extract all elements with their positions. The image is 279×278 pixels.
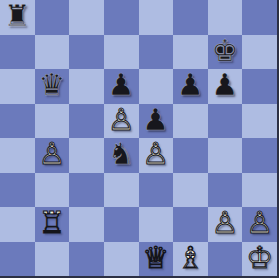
square-a8[interactable]: ♜	[0, 0, 35, 35]
piece-black-king[interactable]: ♚	[212, 36, 239, 66]
square-f3[interactable]	[173, 173, 208, 208]
piece-white-bishop[interactable]: ♗	[177, 243, 204, 273]
square-a6[interactable]	[0, 69, 35, 104]
square-h8[interactable]	[242, 0, 277, 35]
square-h1[interactable]: ♔	[242, 242, 277, 277]
square-h6[interactable]	[242, 69, 277, 104]
square-c7[interactable]	[69, 35, 104, 70]
piece-white-pawn[interactable]: ♙	[38, 139, 65, 169]
square-d2[interactable]	[104, 207, 139, 242]
square-a5[interactable]	[0, 104, 35, 139]
square-f4[interactable]	[173, 138, 208, 173]
square-d7[interactable]	[104, 35, 139, 70]
square-g5[interactable]	[208, 104, 243, 139]
square-e2[interactable]	[139, 207, 174, 242]
piece-white-pawn[interactable]: ♙	[246, 208, 273, 238]
square-f1[interactable]: ♗	[173, 242, 208, 277]
square-g7[interactable]: ♚	[208, 35, 243, 70]
square-d3[interactable]	[104, 173, 139, 208]
piece-white-king[interactable]: ♔	[246, 243, 273, 273]
square-d5[interactable]: ♙	[104, 104, 139, 139]
piece-white-queen[interactable]: ♕	[142, 243, 169, 273]
square-e1[interactable]: ♕	[139, 242, 174, 277]
square-c5[interactable]	[69, 104, 104, 139]
piece-white-rook[interactable]: ♖	[38, 208, 65, 238]
square-b5[interactable]	[35, 104, 70, 139]
square-a1[interactable]	[0, 242, 35, 277]
square-d8[interactable]	[104, 0, 139, 35]
square-b3[interactable]	[35, 173, 70, 208]
square-h4[interactable]	[242, 138, 277, 173]
square-c4[interactable]	[69, 138, 104, 173]
square-g8[interactable]	[208, 0, 243, 35]
square-e4[interactable]: ♙	[139, 138, 174, 173]
square-b1[interactable]	[35, 242, 70, 277]
chess-board: ♜♚♛♟♟♟♙♟♙♞♙♖♙♙♕♗♔	[0, 0, 279, 278]
square-c2[interactable]	[69, 207, 104, 242]
square-a4[interactable]	[0, 138, 35, 173]
square-f8[interactable]	[173, 0, 208, 35]
square-b7[interactable]	[35, 35, 70, 70]
square-g4[interactable]	[208, 138, 243, 173]
piece-black-pawn[interactable]: ♟	[212, 70, 239, 100]
square-a2[interactable]	[0, 207, 35, 242]
square-h2[interactable]: ♙	[242, 207, 277, 242]
piece-black-pawn[interactable]: ♟	[108, 70, 135, 100]
square-h5[interactable]	[242, 104, 277, 139]
square-c6[interactable]	[69, 69, 104, 104]
square-g2[interactable]: ♙	[208, 207, 243, 242]
square-e3[interactable]	[139, 173, 174, 208]
square-h7[interactable]	[242, 35, 277, 70]
square-d6[interactable]: ♟	[104, 69, 139, 104]
square-d4[interactable]: ♞	[104, 138, 139, 173]
square-g3[interactable]	[208, 173, 243, 208]
square-h3[interactable]	[242, 173, 277, 208]
square-b2[interactable]: ♖	[35, 207, 70, 242]
piece-black-knight[interactable]: ♞	[108, 139, 135, 169]
piece-black-pawn[interactable]: ♟	[142, 105, 169, 135]
square-a3[interactable]	[0, 173, 35, 208]
square-f5[interactable]	[173, 104, 208, 139]
square-g1[interactable]	[208, 242, 243, 277]
square-e5[interactable]: ♟	[139, 104, 174, 139]
square-g6[interactable]: ♟	[208, 69, 243, 104]
square-c1[interactable]	[69, 242, 104, 277]
square-c3[interactable]	[69, 173, 104, 208]
piece-black-queen[interactable]: ♛	[38, 70, 65, 100]
chess-board-container: ♜♚♛♟♟♟♙♟♙♞♙♖♙♙♕♗♔	[0, 0, 279, 278]
square-e7[interactable]	[139, 35, 174, 70]
piece-white-pawn[interactable]: ♙	[212, 208, 239, 238]
square-f6[interactable]: ♟	[173, 69, 208, 104]
square-f2[interactable]	[173, 207, 208, 242]
square-b6[interactable]: ♛	[35, 69, 70, 104]
piece-black-pawn[interactable]: ♟	[177, 70, 204, 100]
square-b4[interactable]: ♙	[35, 138, 70, 173]
piece-white-pawn[interactable]: ♙	[108, 105, 135, 135]
piece-black-rook[interactable]: ♜	[4, 1, 31, 31]
square-f7[interactable]	[173, 35, 208, 70]
square-b8[interactable]	[35, 0, 70, 35]
square-e6[interactable]	[139, 69, 174, 104]
square-a7[interactable]	[0, 35, 35, 70]
square-e8[interactable]	[139, 0, 174, 35]
piece-white-pawn[interactable]: ♙	[142, 139, 169, 169]
square-d1[interactable]	[104, 242, 139, 277]
square-c8[interactable]	[69, 0, 104, 35]
